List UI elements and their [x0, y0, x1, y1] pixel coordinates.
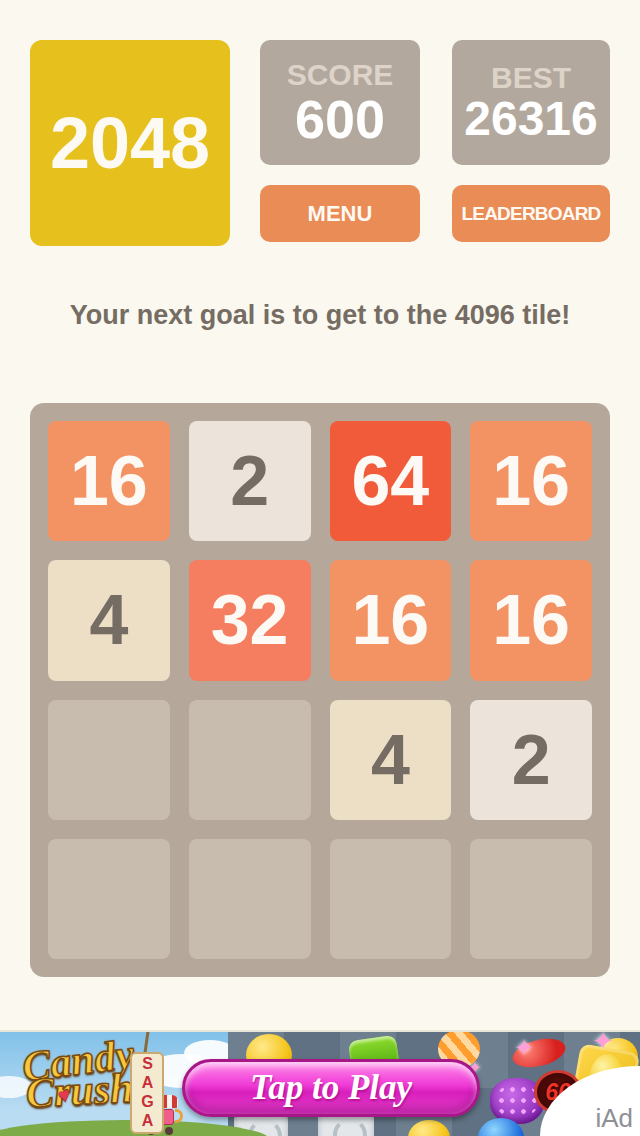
- sparkle-icon: [514, 1034, 534, 1062]
- candy-crush-logo: Candy Crush SAGA: [12, 1040, 187, 1135]
- tile-2: 2: [470, 700, 592, 820]
- goal-text: Your next goal is to get to the 4096 til…: [0, 300, 640, 331]
- tile-16: 16: [470, 560, 592, 680]
- empty-cell: [470, 839, 592, 959]
- tile-64: 64: [330, 421, 452, 541]
- empty-cell: [189, 839, 311, 959]
- tile-2: 2: [189, 421, 311, 541]
- empty-cell: [48, 839, 170, 959]
- empty-cell: [189, 700, 311, 820]
- best-value: 26316: [464, 94, 597, 144]
- leaderboard-button[interactable]: LEADERBOARD: [452, 185, 610, 242]
- empty-cell: [48, 700, 170, 820]
- logo-2048-tile: 2048: [30, 40, 230, 246]
- game-board[interactable]: 1626416432161642: [30, 403, 610, 977]
- saga-tag: SAGA: [130, 1052, 164, 1134]
- tile-16: 16: [470, 421, 592, 541]
- tile-4: 4: [330, 700, 452, 820]
- score-value: 600: [295, 91, 385, 148]
- tap-to-play-button[interactable]: Tap to Play: [182, 1059, 480, 1117]
- menu-button[interactable]: MENU: [260, 185, 420, 242]
- iad-label: iAd: [595, 1103, 633, 1134]
- tile-32: 32: [189, 560, 311, 680]
- sparkle-icon: [592, 1030, 614, 1057]
- tile-16: 16: [48, 421, 170, 541]
- score-box: SCORE 600: [260, 40, 420, 165]
- score-label: SCORE: [287, 58, 394, 91]
- ad-banner[interactable]: 60 60 Candy Crush SAGA Tap to Play iAd: [0, 1030, 640, 1136]
- best-box: BEST 26316: [452, 40, 610, 165]
- tile-4: 4: [48, 560, 170, 680]
- empty-cell: [330, 839, 452, 959]
- best-label: BEST: [491, 61, 571, 94]
- tile-16: 16: [330, 560, 452, 680]
